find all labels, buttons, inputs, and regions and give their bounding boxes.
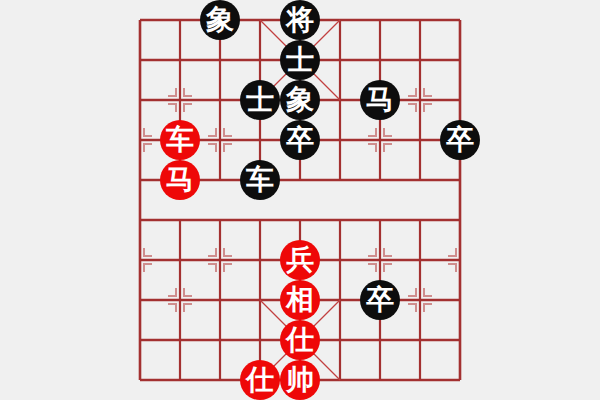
piece-black-advisor[interactable]: 士 bbox=[240, 80, 280, 120]
board-point-c8r5[interactable] bbox=[400, 160, 440, 200]
board-point-c9r1[interactable] bbox=[440, 0, 480, 40]
piece-red-horse[interactable]: 马 bbox=[160, 160, 200, 200]
board-point-c5r7[interactable]: 兵 bbox=[280, 240, 320, 280]
board-point-c9r6[interactable] bbox=[440, 200, 480, 240]
board-point-c6r6[interactable] bbox=[320, 200, 360, 240]
piece-red-chariot[interactable]: 车 bbox=[160, 120, 200, 160]
board-point-c9r5[interactable] bbox=[440, 160, 480, 200]
board-point-c7r4[interactable] bbox=[360, 120, 400, 160]
board-point-c8r3[interactable] bbox=[400, 80, 440, 120]
board-point-c5r9[interactable]: 仕 bbox=[280, 320, 320, 360]
board-point-c5r6[interactable] bbox=[280, 200, 320, 240]
board-point-c9r4[interactable]: 卒 bbox=[440, 120, 480, 160]
board-point-c7r2[interactable] bbox=[360, 40, 400, 80]
board-point-c1r1[interactable] bbox=[120, 0, 160, 40]
board-point-c1r8[interactable] bbox=[120, 280, 160, 320]
board-point-c1r9[interactable] bbox=[120, 320, 160, 360]
board-point-c2r1[interactable] bbox=[160, 0, 200, 40]
board-point-c9r10[interactable] bbox=[440, 360, 480, 400]
board-point-c8r4[interactable] bbox=[400, 120, 440, 160]
board-point-c4r6[interactable] bbox=[240, 200, 280, 240]
board-point-c3r3[interactable] bbox=[200, 80, 240, 120]
board-point-c8r7[interactable] bbox=[400, 240, 440, 280]
board-point-c1r6[interactable] bbox=[120, 200, 160, 240]
board-point-c4r10[interactable]: 仕 bbox=[240, 360, 280, 400]
board-point-c6r8[interactable] bbox=[320, 280, 360, 320]
board-point-c9r3[interactable] bbox=[440, 80, 480, 120]
piece-red-soldier[interactable]: 兵 bbox=[280, 240, 320, 280]
piece-black-soldier[interactable]: 卒 bbox=[360, 280, 400, 320]
piece-black-advisor[interactable]: 士 bbox=[280, 40, 320, 80]
board-point-c4r5[interactable]: 车 bbox=[240, 160, 280, 200]
board-point-c9r2[interactable] bbox=[440, 40, 480, 80]
piece-black-elephant[interactable]: 象 bbox=[200, 0, 240, 40]
board-point-c7r3[interactable]: 马 bbox=[360, 80, 400, 120]
board-point-c3r7[interactable] bbox=[200, 240, 240, 280]
board-point-c6r9[interactable] bbox=[320, 320, 360, 360]
board-point-c3r4[interactable] bbox=[200, 120, 240, 160]
board-point-c4r2[interactable] bbox=[240, 40, 280, 80]
board-point-c2r10[interactable] bbox=[160, 360, 200, 400]
board-point-c3r10[interactable] bbox=[200, 360, 240, 400]
board-point-c4r9[interactable] bbox=[240, 320, 280, 360]
board-point-c2r6[interactable] bbox=[160, 200, 200, 240]
board-point-c4r3[interactable]: 士 bbox=[240, 80, 280, 120]
board-point-c5r2[interactable]: 士 bbox=[280, 40, 320, 80]
board-point-c6r3[interactable] bbox=[320, 80, 360, 120]
board-point-c3r5[interactable] bbox=[200, 160, 240, 200]
board-point-c4r1[interactable] bbox=[240, 0, 280, 40]
board-point-c1r4[interactable] bbox=[120, 120, 160, 160]
board-point-c6r4[interactable] bbox=[320, 120, 360, 160]
board-point-c8r9[interactable] bbox=[400, 320, 440, 360]
board-point-c4r8[interactable] bbox=[240, 280, 280, 320]
piece-black-general[interactable]: 将 bbox=[280, 0, 320, 40]
board-point-c8r2[interactable] bbox=[400, 40, 440, 80]
board-point-c6r1[interactable] bbox=[320, 0, 360, 40]
board-point-c2r4[interactable]: 车 bbox=[160, 120, 200, 160]
board-point-c7r1[interactable] bbox=[360, 0, 400, 40]
board-point-c7r9[interactable] bbox=[360, 320, 400, 360]
board-point-c6r7[interactable] bbox=[320, 240, 360, 280]
board-point-c5r10[interactable]: 帅 bbox=[280, 360, 320, 400]
board-point-c6r5[interactable] bbox=[320, 160, 360, 200]
board-point-c3r8[interactable] bbox=[200, 280, 240, 320]
board-point-c2r3[interactable] bbox=[160, 80, 200, 120]
xiangqi-board: 象将士士象马车卒卒马车兵相卒仕仕帅 bbox=[0, 0, 600, 400]
board-point-c6r2[interactable] bbox=[320, 40, 360, 80]
board-point-c2r5[interactable]: 马 bbox=[160, 160, 200, 200]
board-point-c2r7[interactable] bbox=[160, 240, 200, 280]
piece-red-advisor[interactable]: 仕 bbox=[280, 320, 320, 360]
piece-red-elephant[interactable]: 相 bbox=[280, 280, 320, 320]
board-point-c2r2[interactable] bbox=[160, 40, 200, 80]
board-point-c3r9[interactable] bbox=[200, 320, 240, 360]
piece-red-general[interactable]: 帅 bbox=[280, 360, 320, 400]
piece-red-advisor[interactable]: 仕 bbox=[240, 360, 280, 400]
board-point-c6r10[interactable] bbox=[320, 360, 360, 400]
board-point-c8r1[interactable] bbox=[400, 0, 440, 40]
board-point-c5r3[interactable]: 象 bbox=[280, 80, 320, 120]
board-point-c7r8[interactable]: 卒 bbox=[360, 280, 400, 320]
board-point-c8r6[interactable] bbox=[400, 200, 440, 240]
board-point-c1r7[interactable] bbox=[120, 240, 160, 280]
board-point-c8r8[interactable] bbox=[400, 280, 440, 320]
board-point-c8r10[interactable] bbox=[400, 360, 440, 400]
board-point-c4r7[interactable] bbox=[240, 240, 280, 280]
board-point-c7r10[interactable] bbox=[360, 360, 400, 400]
board-point-c1r2[interactable] bbox=[120, 40, 160, 80]
board-point-c2r8[interactable] bbox=[160, 280, 200, 320]
board-point-c7r5[interactable] bbox=[360, 160, 400, 200]
board-point-c2r9[interactable] bbox=[160, 320, 200, 360]
board-points: 象将士士象马车卒卒马车兵相卒仕仕帅 bbox=[120, 0, 480, 400]
board-point-c5r1[interactable]: 将 bbox=[280, 0, 320, 40]
board-point-c5r8[interactable]: 相 bbox=[280, 280, 320, 320]
board-point-c4r4[interactable] bbox=[240, 120, 280, 160]
piece-black-soldier[interactable]: 卒 bbox=[280, 120, 320, 160]
board-point-c1r5[interactable] bbox=[120, 160, 160, 200]
board-point-c3r6[interactable] bbox=[200, 200, 240, 240]
board-point-c7r7[interactable] bbox=[360, 240, 400, 280]
piece-black-horse[interactable]: 马 bbox=[360, 80, 400, 120]
board-point-c9r7[interactable] bbox=[440, 240, 480, 280]
board-point-c1r10[interactable] bbox=[120, 360, 160, 400]
piece-black-soldier[interactable]: 卒 bbox=[440, 120, 480, 160]
board-point-c5r5[interactable] bbox=[280, 160, 320, 200]
board-point-c9r9[interactable] bbox=[440, 320, 480, 360]
board-point-c7r6[interactable] bbox=[360, 200, 400, 240]
board-point-c3r2[interactable] bbox=[200, 40, 240, 80]
board-point-c3r1[interactable]: 象 bbox=[200, 0, 240, 40]
piece-black-chariot[interactable]: 车 bbox=[240, 160, 280, 200]
board-point-c5r4[interactable]: 卒 bbox=[280, 120, 320, 160]
board-point-c1r3[interactable] bbox=[120, 80, 160, 120]
piece-black-elephant[interactable]: 象 bbox=[280, 80, 320, 120]
board-point-c9r8[interactable] bbox=[440, 280, 480, 320]
